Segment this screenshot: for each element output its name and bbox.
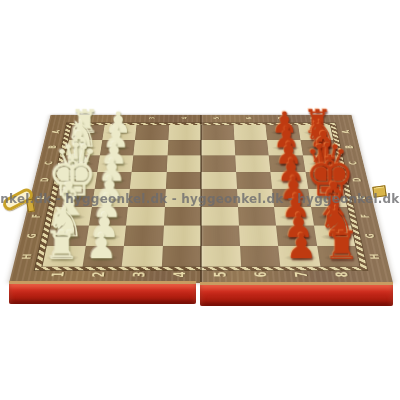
square-f4 <box>164 207 201 226</box>
board-scene: 12345678 12345678 ABCDEFGH ABCDEFGH ♜♟♟♜… <box>0 0 400 400</box>
file-labels-left-G: G <box>22 233 42 239</box>
rank-labels-far-2: 2 <box>112 117 128 120</box>
rank-labels-near-4: 4 <box>171 270 191 278</box>
rank-labels-near-3: 3 <box>130 270 150 278</box>
file-labels-right-B: B <box>341 145 359 150</box>
square-g4 <box>162 226 201 246</box>
square-b5 <box>201 140 235 155</box>
square-f7 <box>274 207 313 226</box>
rank-labels-far-7: 7 <box>274 117 290 120</box>
square-a4 <box>168 125 201 140</box>
square-g3 <box>124 226 164 246</box>
piece-shadow-g2 <box>88 234 121 240</box>
square-b3 <box>133 140 168 155</box>
product-photo: 12345678 12345678 ABCDEFGH ABCDEFGH ♜♟♟♜… <box>0 0 400 400</box>
square-d6 <box>236 172 272 189</box>
square-a3 <box>135 125 169 140</box>
square-a6 <box>233 125 267 140</box>
square-f1 <box>51 207 91 226</box>
square-d3 <box>130 172 166 189</box>
square-c7 <box>269 155 305 171</box>
square-c8 <box>303 155 340 171</box>
piece-shadow-a7 <box>270 130 298 135</box>
file-labels-right-F: F <box>356 213 376 219</box>
square-b6 <box>234 140 269 155</box>
square-f2 <box>89 207 128 226</box>
square-g6 <box>238 226 278 246</box>
file-labels-right-G: G <box>360 233 380 239</box>
square-g2 <box>85 226 126 246</box>
square-f8 <box>311 207 351 226</box>
front-edge-right-half <box>200 282 393 306</box>
piece-shadow-g7 <box>281 234 314 240</box>
rank-labels-near-2: 2 <box>89 270 110 278</box>
file-labels-left-C: C <box>40 160 58 165</box>
rank-labels-far-5: 5 <box>209 117 225 120</box>
square-f3 <box>126 207 164 226</box>
square-g1 <box>47 226 89 246</box>
rank-labels-far-8: 8 <box>306 117 322 120</box>
file-labels-right-A: A <box>337 129 354 133</box>
square-b4 <box>167 140 201 155</box>
piece-shadow-b2 <box>102 145 131 150</box>
rank-labels-far-4: 4 <box>177 117 193 120</box>
square-g5 <box>201 226 240 246</box>
square-h6 <box>240 245 281 266</box>
chess-board: 12345678 12345678 ABCDEFGH ABCDEFGH ♜♟♟♜… <box>9 115 393 283</box>
file-labels-left-F: F <box>27 213 47 219</box>
piece-shadow-b7 <box>271 145 300 150</box>
square-g8 <box>313 226 355 246</box>
file-labels-right-D: D <box>348 177 367 182</box>
square-c4 <box>166 155 201 171</box>
fold-seam <box>200 115 202 283</box>
square-h3 <box>122 245 163 266</box>
piece-shadow-d2 <box>97 178 127 183</box>
file-labels-left-H: H <box>17 253 38 259</box>
piece-shadow-d1 <box>61 178 92 183</box>
square-g7 <box>276 226 317 246</box>
file-labels-left-B: B <box>44 145 62 150</box>
square-f5 <box>201 207 238 226</box>
square-d4 <box>165 172 201 189</box>
piece-shadow-d7 <box>275 178 305 183</box>
square-e3 <box>128 189 165 207</box>
square-c5 <box>201 155 236 171</box>
file-labels-right-E: E <box>352 195 371 200</box>
file-labels-left-E: E <box>31 195 50 200</box>
brass-catch-icon <box>372 185 386 198</box>
front-edge-left-half <box>9 281 196 304</box>
rank-labels-far-3: 3 <box>145 117 161 120</box>
square-h5 <box>201 245 241 266</box>
rank-labels-near-1: 1 <box>48 270 69 278</box>
square-e6 <box>237 189 274 207</box>
square-e5 <box>201 189 238 207</box>
piece-shadow-g1 <box>49 234 82 240</box>
file-labels-right-C: C <box>344 160 362 165</box>
rank-labels-far-6: 6 <box>241 117 257 120</box>
piece-shadow-g8 <box>319 234 352 240</box>
file-labels-left-A: A <box>48 129 65 133</box>
rank-labels-far-1: 1 <box>80 117 96 120</box>
piece-shadow-b8 <box>305 145 334 150</box>
square-d5 <box>201 172 237 189</box>
piece-shadow-a2 <box>104 130 132 135</box>
file-labels-right-H: H <box>364 253 385 259</box>
square-a5 <box>201 125 234 140</box>
piece-shadow-a8 <box>303 130 331 135</box>
square-c1 <box>62 155 99 171</box>
piece-shadow-b1 <box>68 145 97 150</box>
rank-labels-near-6: 6 <box>252 270 272 278</box>
square-h4 <box>161 245 201 266</box>
rank-labels-near-5: 5 <box>211 270 231 278</box>
square-c2 <box>97 155 133 171</box>
square-c6 <box>235 155 271 171</box>
square-c3 <box>132 155 168 171</box>
square-f6 <box>238 207 276 226</box>
file-labels-left-D: D <box>36 177 55 182</box>
square-e4 <box>164 189 201 207</box>
rank-labels-near-7: 7 <box>292 270 313 278</box>
piece-shadow-d8 <box>310 178 341 183</box>
piece-shadow-a1 <box>71 130 99 135</box>
rank-labels-near-8: 8 <box>332 270 353 278</box>
